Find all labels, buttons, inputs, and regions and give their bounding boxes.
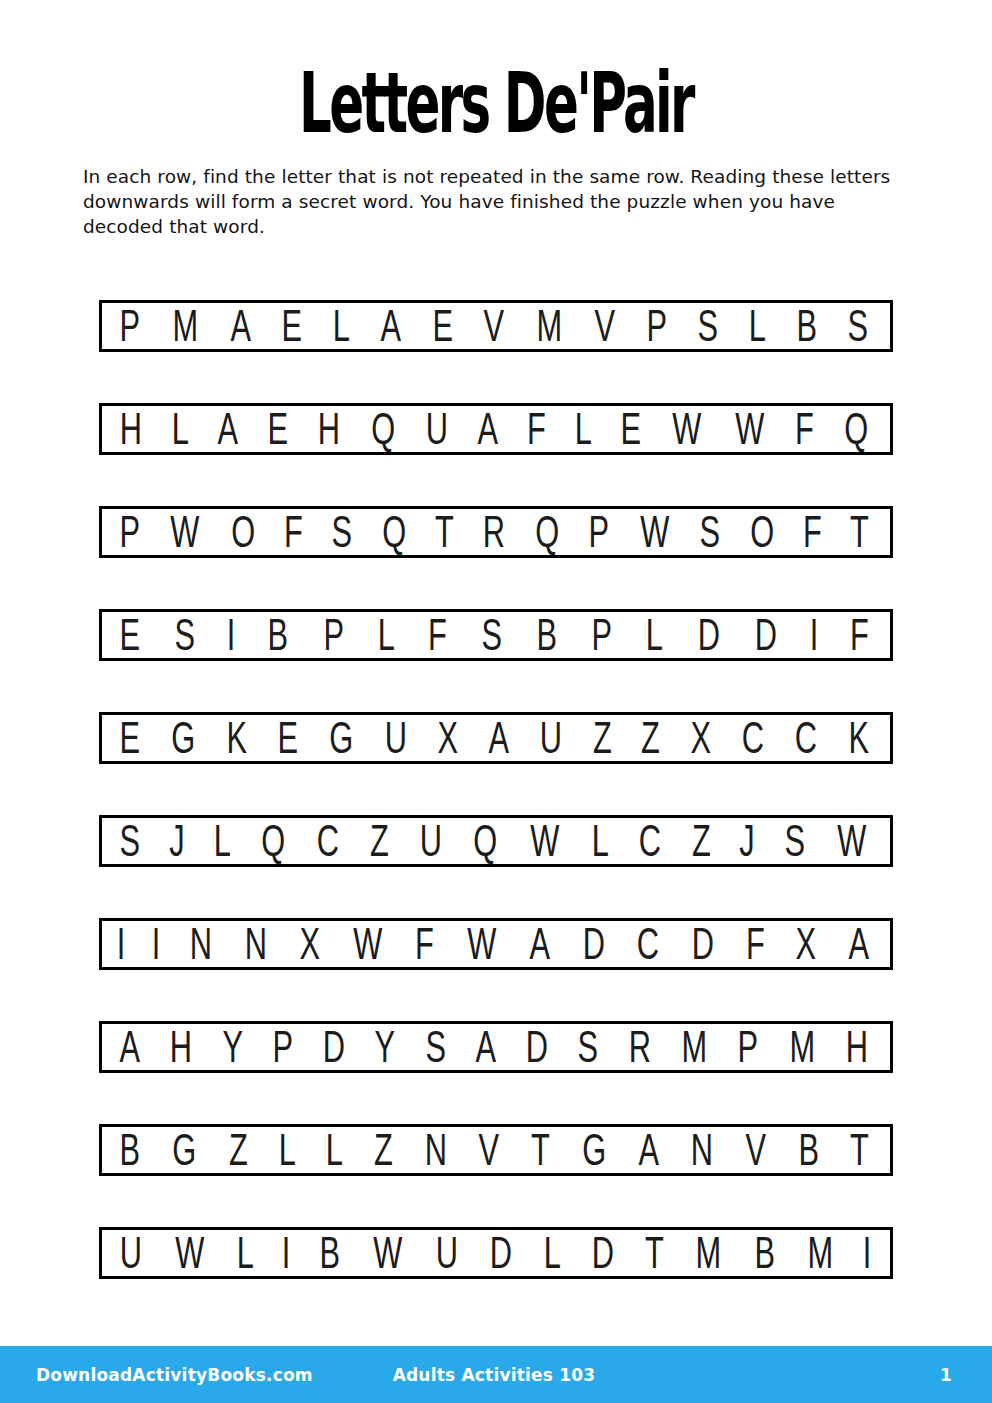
- letter-cell: L: [326, 1128, 343, 1172]
- letter-cell: D: [755, 613, 777, 657]
- letter-cell: U: [385, 716, 407, 760]
- letter-cell: R: [483, 510, 505, 554]
- footer-book-title: Adults Activities 103: [341, 1365, 646, 1385]
- puzzle-row: PWOFSQTRQPWSOFT: [99, 506, 893, 558]
- letter-cell: Z: [229, 1128, 248, 1172]
- letter-cell: S: [119, 819, 140, 863]
- letter-cell: L: [591, 819, 608, 863]
- letter-cell: I: [117, 922, 126, 966]
- letter-cell: T: [531, 1128, 550, 1172]
- letter-cell: N: [424, 1128, 446, 1172]
- letter-cell: E: [432, 304, 453, 348]
- letter-cell: Z: [374, 1128, 393, 1172]
- letter-cell: T: [435, 510, 454, 554]
- letter-cell: B: [754, 1231, 775, 1275]
- letter-cell: Q: [844, 407, 868, 451]
- letter-cell: L: [377, 613, 394, 657]
- puzzle-row: UWLIBWUDLDTMBMI: [99, 1227, 893, 1279]
- letter-cell: L: [575, 407, 592, 451]
- letter-cell: O: [750, 510, 774, 554]
- puzzle-row: PMAELAEVMVPSLBS: [99, 300, 893, 352]
- letter-cell: E: [119, 613, 140, 657]
- letter-cell: W: [373, 1231, 402, 1275]
- letter-cell: C: [795, 716, 817, 760]
- letter-cell: I: [152, 922, 161, 966]
- letter-cell: W: [176, 1231, 205, 1275]
- footer-bar: DownloadActivityBooks.com Adults Activit…: [0, 1346, 992, 1403]
- puzzle-row: BGZLLZNVTGANVBT: [99, 1124, 893, 1176]
- letter-cell: A: [638, 1128, 659, 1172]
- letter-cell: A: [489, 716, 510, 760]
- letter-cell: J: [169, 819, 184, 863]
- letter-cell: W: [531, 819, 560, 863]
- letter-cell: I: [863, 1231, 872, 1275]
- letter-cell: C: [741, 716, 763, 760]
- letter-cell: V: [484, 304, 505, 348]
- letter-cell: K: [226, 716, 247, 760]
- letter-cell: T: [850, 510, 869, 554]
- letter-cell: W: [467, 922, 496, 966]
- letter-cell: S: [698, 304, 719, 348]
- letter-cell: W: [353, 922, 382, 966]
- letter-cell: A: [119, 1025, 140, 1069]
- letter-cell: E: [119, 716, 140, 760]
- letter-cell: L: [237, 1231, 254, 1275]
- letter-cell: N: [691, 1128, 713, 1172]
- letter-cell: T: [850, 1128, 869, 1172]
- letter-cell: N: [245, 922, 267, 966]
- letter-cell: A: [478, 407, 499, 451]
- letter-cell: H: [846, 1025, 868, 1069]
- letter-cell: M: [789, 1025, 815, 1069]
- letter-cell: W: [735, 407, 764, 451]
- letter-cell: M: [807, 1231, 833, 1275]
- puzzle-row: EGKEGUXAUZZXCCK: [99, 712, 893, 764]
- letter-cell: A: [230, 304, 251, 348]
- letter-cell: C: [317, 819, 339, 863]
- letter-cell: P: [646, 304, 667, 348]
- letter-cell: Y: [222, 1025, 243, 1069]
- letter-cell: H: [318, 407, 340, 451]
- letter-cell: N: [190, 922, 212, 966]
- letter-cell: L: [214, 819, 231, 863]
- letter-cell: P: [119, 510, 140, 554]
- letter-cell: A: [380, 304, 401, 348]
- letter-cell: S: [578, 1025, 599, 1069]
- letter-cell: A: [530, 922, 551, 966]
- letter-cell: F: [428, 613, 447, 657]
- letter-cell: G: [171, 716, 195, 760]
- letter-cell: Z: [692, 819, 711, 863]
- letter-cell: D: [697, 613, 719, 657]
- letter-cell: G: [173, 1128, 197, 1172]
- letter-cell: X: [796, 922, 817, 966]
- letter-cell: E: [621, 407, 642, 451]
- letter-cell: D: [592, 1231, 614, 1275]
- letter-cell: L: [278, 1128, 295, 1172]
- letter-cell: U: [425, 407, 447, 451]
- puzzle-grid: PMAELAEVMVPSLBSHLAEHQUAFLEWWFQPWOFSQTRQP…: [99, 300, 893, 1330]
- letter-cell: E: [267, 407, 288, 451]
- letter-cell: P: [323, 613, 344, 657]
- letter-cell: E: [277, 716, 298, 760]
- letter-cell: M: [536, 304, 562, 348]
- letter-cell: Q: [371, 407, 395, 451]
- letter-cell: B: [796, 304, 817, 348]
- letter-cell: D: [526, 1025, 548, 1069]
- letter-cell: E: [282, 304, 303, 348]
- worksheet-page: Letters De'Pair In each row, find the le…: [0, 0, 992, 1403]
- puzzle-row: AHYPDYSADSRMPMH: [99, 1021, 893, 1073]
- letter-cell: Q: [261, 819, 285, 863]
- letter-cell: L: [543, 1231, 560, 1275]
- letter-cell: A: [217, 407, 238, 451]
- footer-page-number: 1: [647, 1365, 952, 1385]
- letter-cell: G: [582, 1128, 606, 1172]
- puzzle-row: ESIBPLFSBPLDDIF: [99, 609, 893, 661]
- letter-cell: D: [692, 922, 714, 966]
- letter-cell: F: [284, 510, 303, 554]
- letter-cell: S: [700, 510, 721, 554]
- letter-cell: B: [119, 1128, 140, 1172]
- letter-cell: Q: [382, 510, 406, 554]
- letter-cell: M: [172, 304, 198, 348]
- letter-cell: F: [527, 407, 546, 451]
- letter-cell: P: [592, 613, 613, 657]
- letter-cell: S: [481, 613, 502, 657]
- letter-cell: M: [696, 1231, 722, 1275]
- letter-cell: A: [475, 1025, 496, 1069]
- letter-cell: S: [425, 1025, 446, 1069]
- letter-cell: M: [682, 1025, 708, 1069]
- letter-cell: Z: [641, 716, 660, 760]
- instructions-text: In each row, find the letter that is not…: [83, 164, 915, 239]
- letter-cell: U: [436, 1231, 458, 1275]
- letter-cell: J: [740, 819, 755, 863]
- letter-cell: A: [848, 922, 869, 966]
- letter-cell: T: [645, 1231, 664, 1275]
- footer-website: DownloadActivityBooks.com: [36, 1365, 341, 1385]
- letter-cell: Q: [535, 510, 559, 554]
- letter-cell: B: [320, 1231, 341, 1275]
- letter-cell: S: [332, 510, 353, 554]
- letter-cell: Q: [473, 819, 497, 863]
- letter-cell: V: [746, 1128, 767, 1172]
- letter-cell: S: [785, 819, 806, 863]
- letter-cell: X: [438, 716, 459, 760]
- letter-cell: G: [329, 716, 353, 760]
- letter-cell: X: [299, 922, 320, 966]
- letter-cell: D: [582, 922, 604, 966]
- letter-cell: Y: [375, 1025, 396, 1069]
- letter-cell: Z: [370, 819, 389, 863]
- letter-cell: L: [749, 304, 766, 348]
- letter-cell: W: [673, 407, 702, 451]
- letter-cell: R: [628, 1025, 650, 1069]
- letter-cell: L: [646, 613, 663, 657]
- letter-cell: S: [848, 304, 869, 348]
- letter-cell: D: [323, 1025, 345, 1069]
- letter-cell: W: [838, 819, 867, 863]
- letter-cell: D: [490, 1231, 512, 1275]
- letter-cell: U: [419, 819, 441, 863]
- letter-cell: V: [594, 304, 615, 348]
- puzzle-row: IINNXWFWADCDFXA: [99, 918, 893, 970]
- letter-cell: F: [803, 510, 822, 554]
- letter-cell: W: [171, 510, 200, 554]
- letter-cell: L: [171, 407, 188, 451]
- letter-cell: I: [227, 613, 236, 657]
- letter-cell: L: [333, 304, 350, 348]
- letter-cell: U: [540, 716, 562, 760]
- letter-cell: B: [268, 613, 289, 657]
- letter-cell: X: [690, 716, 711, 760]
- letter-cell: H: [170, 1025, 192, 1069]
- letter-cell: B: [536, 613, 557, 657]
- letter-cell: W: [640, 510, 669, 554]
- letter-cell: F: [746, 922, 765, 966]
- letter-cell: F: [795, 407, 814, 451]
- letter-cell: P: [589, 510, 610, 554]
- puzzle-row: SJLQCZUQWLCZJSW: [99, 815, 893, 867]
- letter-cell: B: [798, 1128, 819, 1172]
- letter-cell: K: [848, 716, 869, 760]
- letter-cell: C: [637, 922, 659, 966]
- letter-cell: I: [282, 1231, 291, 1275]
- letter-cell: U: [120, 1231, 142, 1275]
- letter-cell: C: [639, 819, 661, 863]
- letter-cell: V: [479, 1128, 500, 1172]
- letter-cell: F: [415, 922, 434, 966]
- letter-cell: P: [272, 1025, 293, 1069]
- letter-cell: O: [231, 510, 255, 554]
- letter-cell: P: [119, 304, 140, 348]
- puzzle-row: HLAEHQUAFLEWWFQ: [99, 403, 893, 455]
- letter-cell: F: [850, 613, 869, 657]
- letter-cell: Z: [593, 716, 612, 760]
- page-title: Letters De'Pair: [169, 54, 824, 151]
- letter-cell: I: [810, 613, 819, 657]
- letter-cell: S: [175, 613, 196, 657]
- letter-cell: P: [738, 1025, 759, 1069]
- letter-cell: H: [120, 407, 142, 451]
